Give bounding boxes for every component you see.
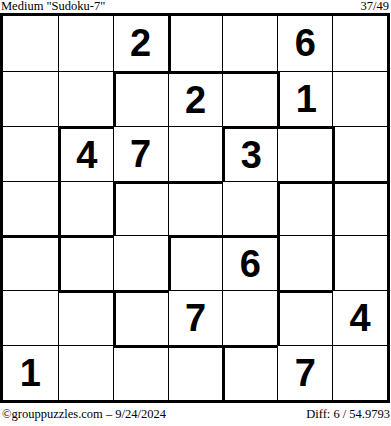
cell-r6c5[interactable] — [222, 290, 277, 345]
cell-r6c3[interactable] — [113, 290, 168, 345]
cell-r4c2[interactable] — [58, 181, 113, 236]
cell-r2c2[interactable] — [58, 71, 113, 126]
cell-r5c2[interactable] — [58, 235, 113, 290]
cell-r5c1[interactable] — [3, 235, 58, 290]
cell-r4c1[interactable] — [3, 181, 58, 236]
page-title: Medium "Sudoku-7" — [1, 0, 105, 14]
cell-r5c5[interactable]: 6 — [222, 235, 277, 290]
cell-r6c4[interactable]: 7 — [168, 290, 223, 345]
cell-r1c6[interactable]: 6 — [277, 16, 332, 71]
cell-r7c3[interactable] — [113, 345, 168, 400]
cell-r7c4[interactable] — [168, 345, 223, 400]
cell-r2c7[interactable] — [332, 71, 387, 126]
cell-r1c3[interactable]: 2 — [113, 16, 168, 71]
cell-r1c5[interactable] — [222, 16, 277, 71]
cell-r2c6[interactable]: 1 — [277, 71, 332, 126]
cell-r2c4[interactable]: 2 — [168, 71, 223, 126]
cell-r3c6[interactable] — [277, 126, 332, 181]
cell-r5c4[interactable] — [168, 235, 223, 290]
copyright-text: ©grouppuzzles.com – 9/24/2024 — [2, 407, 166, 422]
cell-r2c5[interactable] — [222, 71, 277, 126]
sudoku-board: 262147367417 — [0, 13, 390, 403]
cell-r7c1[interactable]: 1 — [3, 345, 58, 400]
cell-r6c2[interactable] — [58, 290, 113, 345]
cell-r4c5[interactable] — [222, 181, 277, 236]
cell-r7c6[interactable]: 7 — [277, 345, 332, 400]
cell-r7c7[interactable] — [332, 345, 387, 400]
cell-r6c7[interactable]: 4 — [332, 290, 387, 345]
cell-r3c2[interactable]: 4 — [58, 126, 113, 181]
cell-r3c1[interactable] — [3, 126, 58, 181]
cell-r1c7[interactable] — [332, 16, 387, 71]
cell-r4c7[interactable] — [332, 181, 387, 236]
cell-r2c3[interactable] — [113, 71, 168, 126]
cell-r5c7[interactable] — [332, 235, 387, 290]
cell-r4c3[interactable] — [113, 181, 168, 236]
cell-r5c6[interactable] — [277, 235, 332, 290]
cell-r1c2[interactable] — [58, 16, 113, 71]
cell-r3c4[interactable] — [168, 126, 223, 181]
cell-r6c1[interactable] — [3, 290, 58, 345]
cell-r6c6[interactable] — [277, 290, 332, 345]
cell-r4c4[interactable] — [168, 181, 223, 236]
cell-r4c6[interactable] — [277, 181, 332, 236]
cell-r3c3[interactable]: 7 — [113, 126, 168, 181]
cell-r1c1[interactable] — [3, 16, 58, 71]
difficulty-text: Diff: 6 / 54.9793 — [306, 407, 390, 422]
cell-r5c3[interactable] — [113, 235, 168, 290]
cell-r7c5[interactable] — [222, 345, 277, 400]
cell-counter: 37/49 — [361, 0, 389, 14]
cell-r7c2[interactable] — [58, 345, 113, 400]
cell-r3c5[interactable]: 3 — [222, 126, 277, 181]
cell-r1c4[interactable] — [168, 16, 223, 71]
cell-r3c7[interactable] — [332, 126, 387, 181]
cell-r2c1[interactable] — [3, 71, 58, 126]
